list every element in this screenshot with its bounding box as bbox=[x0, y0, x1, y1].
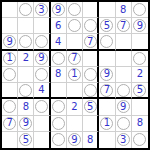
odd-cell-circle: 9 bbox=[52, 3, 65, 16]
cell-r7c7[interactable] bbox=[99, 99, 115, 115]
cell-r7c9[interactable] bbox=[132, 99, 148, 115]
odd-cell-circle bbox=[68, 19, 81, 32]
cell-r7c1[interactable] bbox=[2, 99, 18, 115]
cell-r2c6[interactable] bbox=[83, 18, 99, 34]
given-digit: 1 bbox=[71, 69, 77, 79]
odd-cell-circle: 1 bbox=[68, 68, 81, 81]
cell-r5c9[interactable]: 2 bbox=[132, 67, 148, 83]
given-digit: 7 bbox=[120, 21, 126, 31]
cell-r4c8[interactable] bbox=[116, 51, 132, 67]
cell-r5c7[interactable]: 9 bbox=[99, 67, 115, 83]
odd-cell-circle: 7 bbox=[100, 84, 113, 97]
cell-r4c4[interactable] bbox=[51, 51, 67, 67]
cell-r3c4[interactable]: 4 bbox=[51, 34, 67, 50]
cell-r4c1[interactable]: 1 bbox=[2, 51, 18, 67]
cell-r2c8[interactable]: 7 bbox=[116, 18, 132, 34]
odd-cell-circle bbox=[19, 3, 32, 16]
odd-cell-circle bbox=[35, 100, 48, 113]
odd-cell-circle bbox=[100, 35, 113, 48]
cell-r6c6[interactable] bbox=[83, 83, 99, 99]
cell-r3c8[interactable] bbox=[116, 34, 132, 50]
cell-r3c2[interactable] bbox=[18, 34, 34, 50]
given-digit: 7 bbox=[71, 53, 77, 63]
cell-r9c2[interactable]: 5 bbox=[18, 132, 34, 148]
odd-cell-circle bbox=[52, 133, 65, 146]
cell-r5c8[interactable] bbox=[116, 67, 132, 83]
cell-r1c8[interactable]: 8 bbox=[116, 2, 132, 18]
sudoku-board: 398657994712978192475825979185983 bbox=[0, 0, 150, 150]
odd-cell-circle: 9 bbox=[133, 19, 146, 32]
given-digit: 9 bbox=[55, 5, 61, 15]
cell-r4c7[interactable] bbox=[99, 51, 115, 67]
given-digit: 9 bbox=[38, 53, 44, 63]
given-digit: 9 bbox=[120, 102, 126, 112]
odd-cell-circle bbox=[35, 35, 48, 48]
cell-r7c3[interactable] bbox=[34, 99, 50, 115]
odd-cell-circle bbox=[133, 3, 146, 16]
odd-cell-circle bbox=[84, 68, 97, 81]
cell-r9c3[interactable] bbox=[34, 132, 50, 148]
cell-r8c1[interactable]: 7 bbox=[2, 116, 18, 132]
cell-r9c6[interactable]: 8 bbox=[83, 132, 99, 148]
odd-cell-circle: 5 bbox=[133, 84, 146, 97]
odd-cell-circle: 9 bbox=[35, 52, 48, 65]
cell-r3c5[interactable] bbox=[67, 34, 83, 50]
cell-r1c1[interactable] bbox=[2, 2, 18, 18]
given-digit: 1 bbox=[104, 118, 110, 128]
odd-cell-circle: 7 bbox=[3, 117, 16, 130]
cell-r9c4[interactable] bbox=[51, 132, 67, 148]
cell-r7c8[interactable]: 9 bbox=[116, 99, 132, 115]
given-digit: 8 bbox=[23, 102, 29, 112]
cell-r5c5[interactable]: 1 bbox=[67, 67, 83, 83]
cell-r2c5[interactable] bbox=[67, 18, 83, 34]
cell-r2c9[interactable]: 9 bbox=[132, 18, 148, 34]
given-digit: 9 bbox=[6, 37, 12, 47]
odd-cell-circle bbox=[117, 117, 130, 130]
cell-r4c2[interactable]: 2 bbox=[18, 51, 34, 67]
cell-r6c1[interactable] bbox=[2, 83, 18, 99]
cell-r8c2[interactable]: 9 bbox=[18, 116, 34, 132]
cell-r5c4[interactable]: 8 bbox=[51, 67, 67, 83]
given-digit: 4 bbox=[55, 37, 61, 47]
odd-cell-circle bbox=[35, 68, 48, 81]
odd-cell-circle: 5 bbox=[19, 133, 32, 146]
odd-cell-circle: 7 bbox=[117, 19, 130, 32]
cell-r7c4[interactable] bbox=[51, 99, 67, 115]
cell-r8c4[interactable] bbox=[51, 116, 67, 132]
odd-cell-circle bbox=[68, 3, 81, 16]
cell-r1c5[interactable] bbox=[67, 2, 83, 18]
odd-cell-circle: 1 bbox=[100, 117, 113, 130]
odd-cell-circle bbox=[133, 52, 146, 65]
odd-cell-circle bbox=[117, 84, 130, 97]
odd-cell-circle bbox=[52, 117, 65, 130]
cell-r3c9[interactable] bbox=[132, 34, 148, 50]
cell-r2c4[interactable]: 6 bbox=[51, 18, 67, 34]
odd-cell-circle bbox=[133, 133, 146, 146]
cell-r9c5[interactable]: 9 bbox=[67, 132, 83, 148]
odd-cell-circle: 1 bbox=[3, 52, 16, 65]
odd-cell-circle bbox=[52, 100, 65, 113]
odd-cell-circle: 3 bbox=[117, 133, 130, 146]
cell-r4c6[interactable] bbox=[83, 51, 99, 67]
odd-cell-circle: 5 bbox=[100, 19, 113, 32]
cell-r7c2[interactable]: 8 bbox=[18, 99, 34, 115]
given-digit: 5 bbox=[87, 102, 93, 112]
cell-r6c7[interactable]: 7 bbox=[99, 83, 115, 99]
odd-cell-circle: 9 bbox=[19, 117, 32, 130]
given-digit: 8 bbox=[55, 69, 61, 79]
given-digit: 7 bbox=[87, 37, 93, 47]
cell-r8c8[interactable] bbox=[116, 116, 132, 132]
given-digit: 9 bbox=[23, 118, 29, 128]
cell-r9c7[interactable] bbox=[99, 132, 115, 148]
given-digit: 5 bbox=[104, 21, 110, 31]
cell-r8c7[interactable]: 1 bbox=[99, 116, 115, 132]
given-digit: 3 bbox=[38, 5, 44, 15]
given-digit: 3 bbox=[120, 135, 126, 145]
odd-cell-circle bbox=[84, 84, 97, 97]
cell-r6c2[interactable] bbox=[18, 83, 34, 99]
cell-r6c9[interactable]: 5 bbox=[132, 83, 148, 99]
given-digit: 2 bbox=[71, 102, 77, 112]
given-digit: 8 bbox=[120, 5, 126, 15]
cell-r4c3[interactable]: 9 bbox=[34, 51, 50, 67]
odd-cell-circle: 7 bbox=[68, 52, 81, 65]
given-digit: 2 bbox=[137, 69, 143, 79]
cell-r8c5[interactable] bbox=[67, 116, 83, 132]
odd-cell-circle bbox=[19, 84, 32, 97]
odd-cell-circle bbox=[19, 35, 32, 48]
given-digit: 8 bbox=[87, 135, 93, 145]
cell-r3c3[interactable] bbox=[34, 34, 50, 50]
cell-r3c6[interactable]: 7 bbox=[83, 34, 99, 50]
cell-r3c7[interactable] bbox=[99, 34, 115, 50]
odd-cell-circle: 9 bbox=[117, 100, 130, 113]
odd-cell-circle: 5 bbox=[84, 100, 97, 113]
cell-r4c9[interactable] bbox=[132, 51, 148, 67]
odd-cell-circle bbox=[52, 52, 65, 65]
cell-r9c1[interactable] bbox=[2, 132, 18, 148]
cell-r7c5[interactable]: 2 bbox=[67, 99, 83, 115]
odd-cell-circle: 9 bbox=[3, 35, 16, 48]
given-digit: 4 bbox=[38, 85, 44, 95]
cell-r3c1[interactable]: 9 bbox=[2, 34, 18, 50]
odd-cell-circle: 7 bbox=[84, 35, 97, 48]
odd-cell-circle bbox=[3, 68, 16, 81]
given-digit: 9 bbox=[71, 135, 77, 145]
cell-r5c3[interactable] bbox=[34, 67, 50, 83]
cell-r1c4[interactable]: 9 bbox=[51, 2, 67, 18]
cell-r2c2[interactable] bbox=[18, 18, 34, 34]
cell-r8c6[interactable] bbox=[83, 116, 99, 132]
cell-r5c6[interactable] bbox=[83, 67, 99, 83]
cell-r2c3[interactable] bbox=[34, 18, 50, 34]
cell-r1c9[interactable] bbox=[132, 2, 148, 18]
cell-r6c8[interactable] bbox=[116, 83, 132, 99]
given-digit: 8 bbox=[137, 118, 143, 128]
given-digit: 7 bbox=[6, 118, 12, 128]
given-digit: 5 bbox=[23, 135, 29, 145]
given-digit: 9 bbox=[104, 69, 110, 79]
cell-r7c6[interactable]: 5 bbox=[83, 99, 99, 115]
cell-r1c2[interactable] bbox=[18, 2, 34, 18]
cell-r6c3[interactable]: 4 bbox=[34, 83, 50, 99]
cell-r5c2[interactable] bbox=[18, 67, 34, 83]
odd-cell-circle bbox=[84, 19, 97, 32]
cell-r1c3[interactable]: 3 bbox=[34, 2, 50, 18]
given-digit: 1 bbox=[6, 53, 12, 63]
cell-r4c5[interactable]: 7 bbox=[67, 51, 83, 67]
odd-cell-circle: 9 bbox=[100, 68, 113, 81]
cell-r6c4[interactable] bbox=[51, 83, 67, 99]
cell-r2c1[interactable] bbox=[2, 18, 18, 34]
cell-r9c9[interactable] bbox=[132, 132, 148, 148]
given-digit: 9 bbox=[137, 21, 143, 31]
given-digit: 6 bbox=[55, 21, 61, 31]
given-digit: 2 bbox=[23, 53, 29, 63]
odd-cell-circle: 9 bbox=[68, 133, 81, 146]
cell-r8c9[interactable]: 8 bbox=[132, 116, 148, 132]
cell-r1c7[interactable] bbox=[99, 2, 115, 18]
cell-r2c7[interactable]: 5 bbox=[99, 18, 115, 34]
cell-r5c1[interactable] bbox=[2, 67, 18, 83]
cell-r6c5[interactable] bbox=[67, 83, 83, 99]
cell-r8c3[interactable] bbox=[34, 116, 50, 132]
cell-r1c6[interactable] bbox=[83, 2, 99, 18]
cell-r9c8[interactable]: 3 bbox=[116, 132, 132, 148]
given-digit: 7 bbox=[104, 85, 110, 95]
odd-cell-circle bbox=[3, 100, 16, 113]
given-digit: 5 bbox=[137, 85, 143, 95]
odd-cell-circle: 3 bbox=[35, 3, 48, 16]
